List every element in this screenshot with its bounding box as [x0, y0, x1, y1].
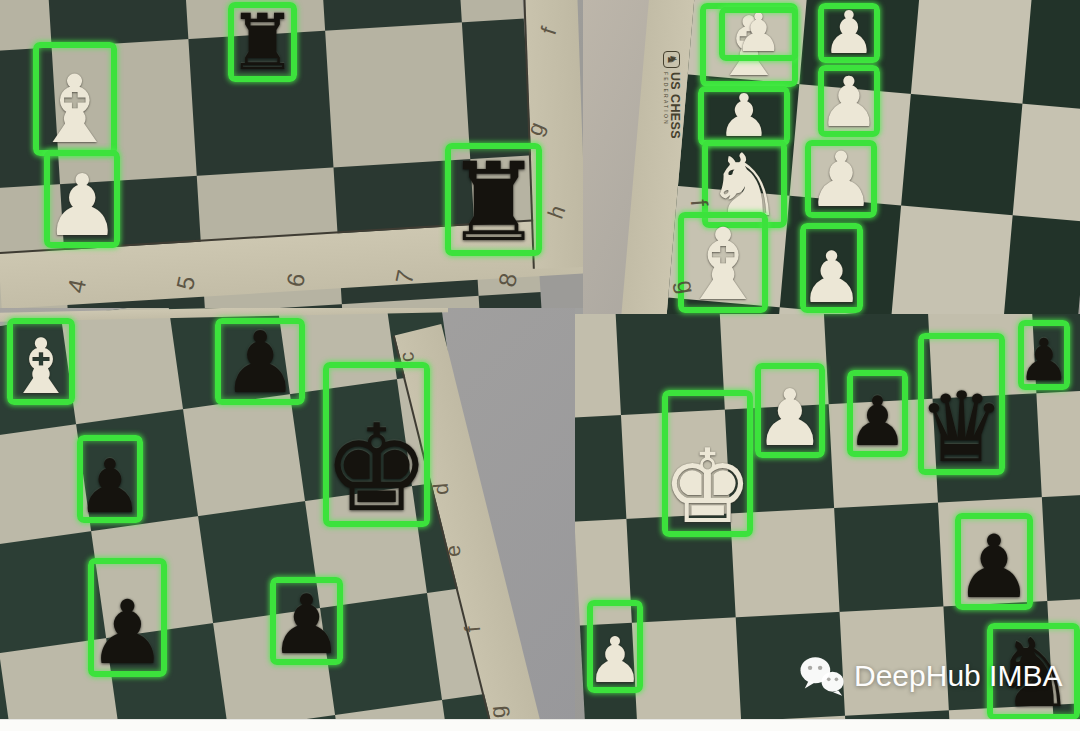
logo-text: US CHESS FEDERATION	[663, 72, 681, 139]
black-pawn-piece: ♟	[77, 452, 143, 520]
white-pawn-piece: ♟	[735, 9, 783, 58]
white-bishop-piece: ♝	[33, 67, 117, 153]
black-pawn-detection-box: ♟	[847, 370, 908, 457]
white-pawn-piece: ♟	[718, 89, 771, 143]
white-pawn-detection-box: ♟	[800, 223, 863, 313]
black-king-detection-box: ♚	[323, 362, 430, 527]
detection-collage: ♞ US CHESS FEDERATION DeepHub IMBA ♝♟♜♜♝…	[0, 0, 1080, 731]
board-coordinate-label: f	[536, 24, 563, 38]
white-pawn-piece: ♟	[818, 71, 880, 134]
white-pawn-detection-box: ♟	[698, 86, 790, 146]
black-queen-detection-box: ♛	[918, 333, 1005, 475]
page-bottom-margin	[0, 719, 1080, 731]
black-pawn-detection-box: ♟	[270, 577, 343, 665]
black-rook-detection-box: ♜	[445, 143, 542, 256]
white-pawn-piece: ♟	[44, 167, 120, 245]
knight-badge-icon: ♞	[664, 51, 681, 68]
white-pawn-detection-box: ♟	[755, 363, 825, 458]
black-rook-piece: ♜	[445, 153, 542, 253]
board-coordinate-label: 7	[390, 268, 420, 287]
board-coordinate-label: f	[460, 625, 486, 633]
board-coordinate-label: c	[395, 351, 419, 363]
us-chess-federation-logo: ♞ US CHESS FEDERATION	[652, 35, 692, 155]
white-king-detection-box: ♚	[662, 390, 753, 537]
black-pawn-piece: ♟	[955, 527, 1033, 607]
black-pawn-piece: ♟	[88, 593, 167, 674]
white-bishop-detection-box: ♝	[33, 42, 117, 156]
black-queen-piece: ♛	[918, 383, 1005, 472]
logo-line2: FEDERATION	[663, 72, 668, 139]
white-bishop-piece: ♝	[679, 219, 768, 310]
white-pawn-piece: ♟	[587, 632, 643, 690]
board-coordinate-label: 8	[493, 271, 523, 290]
white-bishop-detection-box: ♝	[7, 318, 75, 405]
white-bishop-detection-box: ♝	[678, 212, 768, 313]
watermark-text: DeepHub IMBA	[854, 659, 1062, 693]
logo-line1: US CHESS	[668, 72, 681, 139]
black-rook-piece: ♜	[228, 8, 297, 79]
board-coordinate-label: e	[441, 544, 466, 558]
board-coordinate-label: d	[429, 482, 454, 496]
wechat-icon	[800, 655, 846, 697]
detections-overlay: ♞ US CHESS FEDERATION DeepHub IMBA ♝♟♜♜♝…	[0, 0, 1080, 731]
black-pawn-piece: ♟	[270, 587, 343, 662]
black-pawn-detection-box: ♟	[215, 318, 305, 405]
watermark: DeepHub IMBA	[800, 650, 1062, 702]
board-coordinate-label: 5	[171, 274, 201, 293]
black-pawn-piece: ♟	[1018, 334, 1070, 387]
black-rook-detection-box: ♜	[228, 2, 297, 82]
black-king-piece: ♚	[323, 414, 430, 524]
white-pawn-detection-box: ♟	[587, 600, 643, 693]
board-coordinate-label: 4	[62, 277, 92, 296]
white-bishop-piece: ♝	[7, 332, 75, 402]
board-coordinate-label: g	[485, 705, 512, 719]
black-pawn-detection-box: ♟	[1018, 320, 1070, 390]
black-pawn-piece: ♟	[222, 324, 298, 402]
white-pawn-piece: ♟	[823, 6, 876, 60]
white-pawn-detection-box: ♟	[44, 150, 120, 248]
white-pawn-piece: ♟	[755, 383, 825, 455]
black-pawn-detection-box: ♟	[88, 558, 167, 677]
white-pawn-detection-box: ♟	[719, 7, 798, 61]
white-pawn-piece: ♟	[807, 145, 875, 215]
black-pawn-detection-box: ♟	[77, 435, 143, 523]
white-pawn-detection-box: ♟	[818, 3, 880, 63]
board-coordinate-label: g	[522, 118, 551, 139]
board-coordinate-label: 6	[281, 271, 311, 290]
black-pawn-piece: ♟	[847, 391, 908, 454]
white-pawn-detection-box: ♟	[818, 65, 880, 137]
white-king-piece: ♚	[662, 440, 753, 534]
black-pawn-detection-box: ♟	[955, 513, 1033, 610]
white-pawn-detection-box: ♟	[805, 140, 877, 218]
white-pawn-piece: ♟	[800, 245, 863, 310]
board-coordinate-label: h	[543, 202, 572, 222]
